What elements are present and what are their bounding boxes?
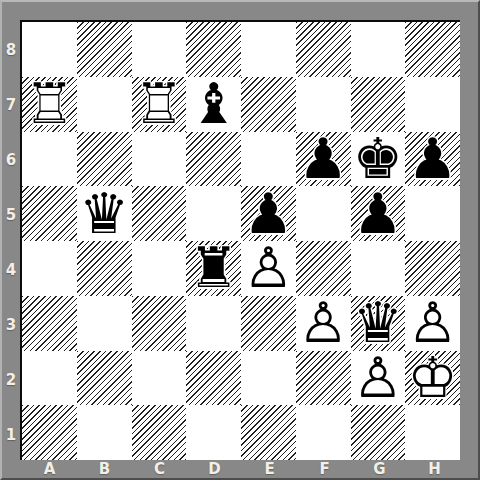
square-h6[interactable]: ♟♟ [405,132,460,187]
rank-label-8: 8 [2,22,20,77]
square-f5[interactable] [296,186,351,241]
square-e3[interactable] [241,296,296,351]
square-d2[interactable] [186,351,241,406]
black-queen-icon[interactable]: ♛ [77,186,132,241]
black-rook-backing: ♜ [186,241,241,296]
square-a3[interactable] [22,296,77,351]
file-label-c: C [132,459,187,478]
square-g7[interactable] [351,77,406,132]
square-f8[interactable] [296,22,351,77]
rank-label-5: 5 [2,187,20,242]
square-h4[interactable] [405,241,460,296]
file-label-f: F [297,459,352,478]
square-a5[interactable] [22,186,77,241]
square-h1[interactable] [405,405,460,460]
square-b5[interactable]: ♛♛ [77,186,132,241]
rank-label-1: 1 [2,407,20,462]
square-h3[interactable]: ♟♙ [405,296,460,351]
square-e7[interactable] [241,77,296,132]
white-king-backing: ♚ [405,351,460,406]
square-h2[interactable]: ♚♔ [405,351,460,406]
black-pawn-icon[interactable]: ♟ [296,132,351,187]
square-h8[interactable] [405,22,460,77]
rank-label-7: 7 [2,77,20,132]
black-king-icon[interactable]: ♚ [351,132,406,187]
square-g2[interactable]: ♟♙ [351,351,406,406]
black-queen-backing: ♛ [351,296,406,351]
square-c8[interactable] [132,22,187,77]
white-pawn-icon[interactable]: ♙ [351,351,406,406]
square-b3[interactable] [77,296,132,351]
square-d4[interactable]: ♜♜ [186,241,241,296]
file-labels: ABCDEFGH [22,459,462,478]
square-c3[interactable] [132,296,187,351]
rank-label-3: 3 [2,297,20,352]
square-c4[interactable] [132,241,187,296]
black-rook-icon[interactable]: ♜ [186,241,241,296]
square-e5[interactable]: ♟♟ [241,186,296,241]
square-g5[interactable]: ♟♟ [351,186,406,241]
square-e8[interactable] [241,22,296,77]
chess-board[interactable]: ♜♖♜♖♝♝♟♟♚♚♟♟♛♛♟♟♟♟♜♜♟♙♟♙♛♛♟♙♟♙♚♔ [20,20,460,460]
square-g3[interactable]: ♛♛ [351,296,406,351]
black-bishop-icon[interactable]: ♝ [186,77,241,132]
square-e2[interactable] [241,351,296,406]
rank-labels: 87654321 [2,22,20,462]
white-pawn-backing: ♟ [405,296,460,351]
rank-label-2: 2 [2,352,20,407]
square-g8[interactable] [351,22,406,77]
white-pawn-backing: ♟ [241,241,296,296]
square-a6[interactable] [22,132,77,187]
white-king-icon[interactable]: ♔ [405,351,460,406]
white-rook-icon[interactable]: ♖ [132,77,187,132]
square-h5[interactable] [405,186,460,241]
black-pawn-backing: ♟ [241,186,296,241]
square-c6[interactable] [132,132,187,187]
square-d6[interactable] [186,132,241,187]
square-a2[interactable] [22,351,77,406]
square-g4[interactable] [351,241,406,296]
black-pawn-icon[interactable]: ♟ [241,186,296,241]
square-a1[interactable] [22,405,77,460]
white-pawn-backing: ♟ [351,351,406,406]
square-h7[interactable] [405,77,460,132]
rank-label-4: 4 [2,242,20,297]
square-g1[interactable] [351,405,406,460]
chess-diagram-frame: 87654321 ♜♖♜♖♝♝♟♟♚♚♟♟♛♛♟♟♟♟♜♜♟♙♟♙♛♛♟♙♟♙♚… [0,0,480,480]
black-king-backing: ♚ [351,132,406,187]
square-b8[interactable] [77,22,132,77]
white-pawn-icon[interactable]: ♙ [296,296,351,351]
square-c5[interactable] [132,186,187,241]
file-label-d: D [187,459,242,478]
square-f4[interactable] [296,241,351,296]
square-f1[interactable] [296,405,351,460]
square-d1[interactable] [186,405,241,460]
white-pawn-icon[interactable]: ♙ [241,241,296,296]
square-e1[interactable] [241,405,296,460]
white-rook-backing: ♜ [132,77,187,132]
rank-label-6: 6 [2,132,20,187]
square-f2[interactable] [296,351,351,406]
square-f3[interactable]: ♟♙ [296,296,351,351]
square-d5[interactable] [186,186,241,241]
square-e4[interactable]: ♟♙ [241,241,296,296]
black-bishop-backing: ♝ [186,77,241,132]
square-d8[interactable] [186,22,241,77]
square-e6[interactable] [241,132,296,187]
file-label-e: E [242,459,297,478]
file-label-h: H [407,459,462,478]
black-pawn-backing: ♟ [296,132,351,187]
square-b2[interactable] [77,351,132,406]
white-rook-backing: ♜ [22,77,77,132]
square-g6[interactable]: ♚♚ [351,132,406,187]
square-b1[interactable] [77,405,132,460]
square-f7[interactable] [296,77,351,132]
square-b6[interactable] [77,132,132,187]
black-pawn-backing: ♟ [405,132,460,187]
square-f6[interactable]: ♟♟ [296,132,351,187]
black-queen-backing: ♛ [77,186,132,241]
square-b7[interactable] [77,77,132,132]
square-c2[interactable] [132,351,187,406]
black-queen-icon[interactable]: ♛ [351,296,406,351]
square-d7[interactable]: ♝♝ [186,77,241,132]
file-label-g: G [352,459,407,478]
black-pawn-backing: ♟ [351,186,406,241]
square-c7[interactable]: ♜♖ [132,77,187,132]
black-pawn-icon[interactable]: ♟ [351,186,406,241]
square-c1[interactable] [132,405,187,460]
square-d3[interactable] [186,296,241,351]
file-label-b: B [77,459,132,478]
square-a4[interactable] [22,241,77,296]
square-a7[interactable]: ♜♖ [22,77,77,132]
file-label-a: A [22,459,77,478]
square-b4[interactable] [77,241,132,296]
white-rook-icon[interactable]: ♖ [22,77,77,132]
white-pawn-backing: ♟ [296,296,351,351]
square-a8[interactable] [22,22,77,77]
black-pawn-icon[interactable]: ♟ [405,132,460,187]
white-pawn-icon[interactable]: ♙ [405,296,460,351]
